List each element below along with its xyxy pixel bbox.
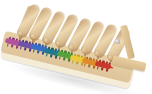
croc-leg xyxy=(45,53,47,57)
croc-leg xyxy=(11,44,13,48)
metal-screw xyxy=(115,39,120,44)
roller-peg-5 xyxy=(69,45,74,50)
toy-product-photo xyxy=(0,0,152,94)
croc-leg xyxy=(76,61,78,65)
croc-leg xyxy=(50,54,52,58)
roller-peg-1 xyxy=(18,31,23,36)
roller-peg-3 xyxy=(44,38,49,43)
croc-leg xyxy=(71,59,73,63)
croc-leg xyxy=(24,47,26,51)
croc-leg xyxy=(63,57,65,61)
croc-leg xyxy=(37,50,39,54)
croc-leg xyxy=(58,56,60,60)
